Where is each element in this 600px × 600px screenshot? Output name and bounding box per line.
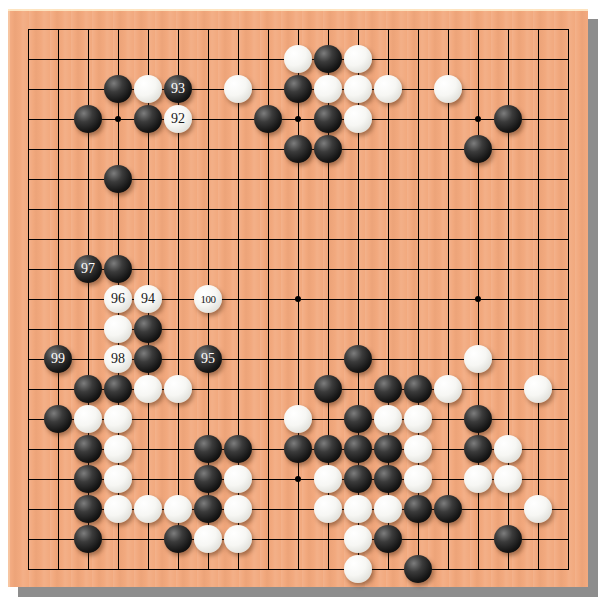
black-stone xyxy=(464,135,492,163)
move-number-label: 93 xyxy=(171,82,185,96)
board-cell xyxy=(523,494,553,524)
board-cell xyxy=(103,164,133,194)
board-cell xyxy=(523,374,553,404)
board-intersections: 9392979694100999895 xyxy=(13,14,583,584)
white-stone xyxy=(314,465,342,493)
board-cell xyxy=(343,434,373,464)
board-cell xyxy=(313,494,343,524)
white-stone xyxy=(104,465,132,493)
board-cell xyxy=(103,434,133,464)
board-cell xyxy=(373,74,403,104)
board-cell xyxy=(73,434,103,464)
board-cell xyxy=(463,404,493,434)
board-cell xyxy=(463,344,493,374)
board-cell xyxy=(373,374,403,404)
board-cell xyxy=(283,134,313,164)
board-cell: 99 xyxy=(43,344,73,374)
black-stone xyxy=(134,345,162,373)
board-cell xyxy=(283,404,313,434)
white-stone xyxy=(134,495,162,523)
star-point xyxy=(463,284,493,314)
white-stone xyxy=(524,495,552,523)
board-cell xyxy=(43,404,73,434)
star-point xyxy=(283,284,313,314)
board-cell xyxy=(313,464,343,494)
white-stone xyxy=(74,405,102,433)
star-point-dot xyxy=(295,116,301,122)
board-cell xyxy=(343,404,373,434)
white-stone xyxy=(104,405,132,433)
white-stone xyxy=(134,375,162,403)
white-stone xyxy=(314,75,342,103)
white-stone xyxy=(314,495,342,523)
white-stone xyxy=(164,495,192,523)
board-cell xyxy=(73,494,103,524)
board-cell xyxy=(403,494,433,524)
board-cell xyxy=(313,374,343,404)
black-stone xyxy=(404,375,432,403)
black-stone xyxy=(344,435,372,463)
black-stone xyxy=(374,465,402,493)
black-stone xyxy=(104,375,132,403)
black-stone xyxy=(74,435,102,463)
white-stone xyxy=(434,75,462,103)
white-stone xyxy=(344,525,372,553)
move-number-label: 92 xyxy=(171,112,185,126)
board-cell xyxy=(73,404,103,434)
board-cell xyxy=(133,104,163,134)
black-stone xyxy=(194,465,222,493)
board-cell xyxy=(103,404,133,434)
board-cell xyxy=(283,74,313,104)
star-point-dot xyxy=(295,476,301,482)
white-stone xyxy=(224,75,252,103)
white-stone xyxy=(284,45,312,73)
black-stone xyxy=(254,105,282,133)
board-cell xyxy=(313,434,343,464)
board-cell xyxy=(133,494,163,524)
black-stone xyxy=(74,375,102,403)
black-stone xyxy=(344,345,372,373)
black-stone xyxy=(74,495,102,523)
board-cell xyxy=(223,494,253,524)
board-cell xyxy=(193,464,223,494)
board-cell xyxy=(133,374,163,404)
white-stone xyxy=(134,75,162,103)
move-number-label: 100 xyxy=(201,294,216,305)
white-stone xyxy=(404,465,432,493)
black-stone xyxy=(104,165,132,193)
white-stone xyxy=(224,525,252,553)
white-stone xyxy=(494,435,522,463)
white-stone xyxy=(104,495,132,523)
black-stone xyxy=(344,465,372,493)
board-cell xyxy=(373,524,403,554)
board-cell xyxy=(373,434,403,464)
white-stone: 94 xyxy=(134,285,162,313)
black-stone xyxy=(74,465,102,493)
white-stone xyxy=(344,75,372,103)
black-stone: 99 xyxy=(44,345,72,373)
board-cell xyxy=(133,74,163,104)
black-stone xyxy=(464,435,492,463)
black-stone: 95 xyxy=(194,345,222,373)
black-stone xyxy=(194,435,222,463)
black-stone xyxy=(404,555,432,583)
black-stone: 97 xyxy=(74,255,102,283)
board-cell xyxy=(343,524,373,554)
star-point-dot xyxy=(295,296,301,302)
board-cell xyxy=(343,344,373,374)
board-cell xyxy=(403,554,433,584)
white-stone xyxy=(104,435,132,463)
board-cell xyxy=(343,44,373,74)
star-point xyxy=(103,104,133,134)
star-point-dot xyxy=(115,116,121,122)
white-stone: 100 xyxy=(194,285,222,313)
board-cell xyxy=(193,524,223,554)
black-stone xyxy=(134,315,162,343)
black-stone xyxy=(194,495,222,523)
board-cell xyxy=(253,104,283,134)
white-stone xyxy=(344,555,372,583)
white-stone: 92 xyxy=(164,105,192,133)
move-number-label: 95 xyxy=(201,352,215,366)
star-point xyxy=(463,104,493,134)
white-stone xyxy=(344,45,372,73)
board-cell xyxy=(133,314,163,344)
board-cell xyxy=(313,104,343,134)
board-cell xyxy=(343,464,373,494)
move-number-label: 94 xyxy=(141,292,155,306)
board-cell xyxy=(343,494,373,524)
board-cell xyxy=(493,464,523,494)
white-stone xyxy=(374,75,402,103)
white-stone xyxy=(374,495,402,523)
board-cell xyxy=(343,104,373,134)
go-board[interactable]: 9392979694100999895 xyxy=(8,9,588,587)
black-stone xyxy=(404,495,432,523)
board-cell xyxy=(463,434,493,464)
star-point-dot xyxy=(475,296,481,302)
board-cell xyxy=(163,494,193,524)
board-cell xyxy=(433,494,463,524)
black-stone xyxy=(374,435,402,463)
board-cell xyxy=(403,434,433,464)
black-stone xyxy=(104,255,132,283)
board-cell xyxy=(433,374,463,404)
board-cell xyxy=(493,104,523,134)
board-cell xyxy=(283,434,313,464)
board-cell xyxy=(103,314,133,344)
white-stone xyxy=(464,345,492,373)
move-number-label: 98 xyxy=(111,352,125,366)
board-cell xyxy=(223,524,253,554)
black-stone xyxy=(314,135,342,163)
board-cell xyxy=(313,44,343,74)
board-cell xyxy=(373,494,403,524)
board-cell: 94 xyxy=(133,284,163,314)
white-stone xyxy=(494,465,522,493)
black-stone xyxy=(74,525,102,553)
board-cell xyxy=(103,254,133,284)
black-stone xyxy=(464,405,492,433)
board-cell xyxy=(103,74,133,104)
star-point-dot xyxy=(475,116,481,122)
board-cell xyxy=(73,524,103,554)
page-background: 9392979694100999895 xyxy=(0,0,600,600)
board-cell xyxy=(103,374,133,404)
black-stone xyxy=(314,375,342,403)
board-cell xyxy=(403,374,433,404)
black-stone xyxy=(494,525,522,553)
white-stone xyxy=(164,375,192,403)
board-cell xyxy=(433,74,463,104)
black-stone xyxy=(284,75,312,103)
black-stone: 93 xyxy=(164,75,192,103)
black-stone xyxy=(134,105,162,133)
board-cell xyxy=(463,134,493,164)
board-cell xyxy=(313,134,343,164)
board-cell xyxy=(73,374,103,404)
board-cell xyxy=(343,554,373,584)
white-stone xyxy=(344,105,372,133)
board-cell xyxy=(373,404,403,434)
white-stone xyxy=(104,315,132,343)
black-stone xyxy=(374,525,402,553)
star-point xyxy=(283,104,313,134)
black-stone xyxy=(224,435,252,463)
board-cell: 97 xyxy=(73,254,103,284)
black-stone xyxy=(164,525,192,553)
board-cell: 100 xyxy=(193,284,223,314)
board-cell xyxy=(133,344,163,374)
white-stone xyxy=(464,465,492,493)
black-stone xyxy=(314,105,342,133)
move-number-label: 97 xyxy=(81,262,95,276)
board-cell: 93 xyxy=(163,74,193,104)
black-stone xyxy=(44,405,72,433)
white-stone xyxy=(434,375,462,403)
black-stone xyxy=(314,435,342,463)
black-stone xyxy=(344,405,372,433)
white-stone xyxy=(284,405,312,433)
black-stone xyxy=(284,135,312,163)
black-stone xyxy=(374,375,402,403)
board-cell xyxy=(103,494,133,524)
white-stone xyxy=(224,465,252,493)
star-point xyxy=(283,464,313,494)
board-cell xyxy=(163,374,193,404)
white-stone xyxy=(374,405,402,433)
board-cell xyxy=(223,434,253,464)
black-stone xyxy=(104,75,132,103)
board-cell: 98 xyxy=(103,344,133,374)
white-stone xyxy=(194,525,222,553)
board-cell xyxy=(163,524,193,554)
board-cell xyxy=(223,464,253,494)
board-cell xyxy=(73,464,103,494)
board-cell xyxy=(313,74,343,104)
board-cell xyxy=(403,404,433,434)
black-stone xyxy=(494,105,522,133)
board-cell xyxy=(193,434,223,464)
white-stone xyxy=(524,375,552,403)
board-cell: 95 xyxy=(193,344,223,374)
move-number-label: 96 xyxy=(111,292,125,306)
board-cell xyxy=(403,464,433,494)
white-stone xyxy=(224,495,252,523)
move-number-label: 99 xyxy=(51,352,65,366)
board-cell xyxy=(373,464,403,494)
white-stone xyxy=(404,435,432,463)
board-cell xyxy=(493,434,523,464)
black-stone xyxy=(284,435,312,463)
board-cell xyxy=(193,494,223,524)
board-cell xyxy=(73,104,103,134)
white-stone xyxy=(404,405,432,433)
white-stone xyxy=(344,495,372,523)
white-stone: 98 xyxy=(104,345,132,373)
black-stone xyxy=(314,45,342,73)
board-cell xyxy=(223,74,253,104)
black-stone xyxy=(74,105,102,133)
board-cell xyxy=(283,44,313,74)
board-cell xyxy=(493,524,523,554)
white-stone: 96 xyxy=(104,285,132,313)
black-stone xyxy=(434,495,462,523)
board-cell xyxy=(343,74,373,104)
board-cell: 92 xyxy=(163,104,193,134)
